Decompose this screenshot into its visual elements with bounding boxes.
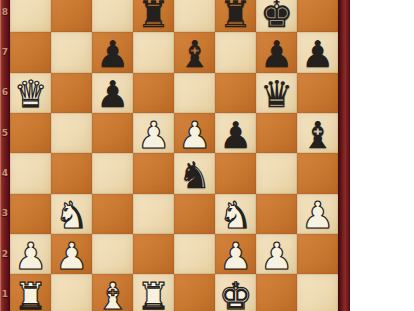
square-g8[interactable]: ♚ bbox=[256, 0, 297, 32]
piece-white-king-f1[interactable]: ♚ bbox=[219, 277, 252, 311]
rank-label-4: 4 bbox=[0, 168, 10, 179]
piece-white-queen-a6[interactable]: ♛ bbox=[14, 76, 47, 113]
square-c7[interactable]: ♟ bbox=[92, 32, 133, 72]
square-a6[interactable]: ♛ bbox=[10, 73, 51, 113]
board-frame-left: 8 7 6 5 4 3 2 1 bbox=[0, 0, 10, 311]
square-h8[interactable] bbox=[297, 0, 338, 32]
square-c3[interactable] bbox=[92, 194, 133, 234]
piece-black-king-g8[interactable]: ♚ bbox=[260, 0, 293, 32]
square-b6[interactable] bbox=[51, 73, 92, 113]
piece-white-pawn-b2[interactable]: ♟ bbox=[55, 237, 88, 274]
rank-label-5: 5 bbox=[0, 128, 10, 139]
piece-white-pawn-d5[interactable]: ♟ bbox=[137, 116, 170, 153]
piece-black-knight-e4[interactable]: ♞ bbox=[178, 156, 211, 193]
piece-white-knight-f3[interactable]: ♞ bbox=[219, 197, 252, 234]
piece-black-bishop-e7[interactable]: ♝ bbox=[178, 35, 211, 72]
square-a4[interactable] bbox=[10, 153, 51, 193]
piece-white-rook-d1[interactable]: ♜ bbox=[137, 277, 170, 311]
square-e7[interactable]: ♝ bbox=[174, 32, 215, 72]
square-f5[interactable]: ♟ bbox=[215, 113, 256, 153]
square-a3[interactable] bbox=[10, 194, 51, 234]
square-e4[interactable]: ♞ bbox=[174, 153, 215, 193]
piece-white-pawn-f2[interactable]: ♟ bbox=[219, 237, 252, 274]
piece-white-bishop-c1[interactable]: ♝ bbox=[96, 277, 129, 311]
piece-black-pawn-h7[interactable]: ♟ bbox=[301, 35, 334, 72]
square-e1[interactable] bbox=[174, 274, 215, 311]
square-c1[interactable]: ♝ bbox=[92, 274, 133, 311]
square-f2[interactable]: ♟ bbox=[215, 234, 256, 274]
square-b1[interactable] bbox=[51, 274, 92, 311]
square-e8[interactable] bbox=[174, 0, 215, 32]
square-f8[interactable]: ♜ bbox=[215, 0, 256, 32]
square-g5[interactable] bbox=[256, 113, 297, 153]
piece-white-knight-b3[interactable]: ♞ bbox=[55, 197, 88, 234]
piece-black-pawn-c7[interactable]: ♟ bbox=[96, 35, 129, 72]
square-a2[interactable]: ♟ bbox=[10, 234, 51, 274]
square-b2[interactable]: ♟ bbox=[51, 234, 92, 274]
piece-white-rook-a1[interactable]: ♜ bbox=[14, 277, 47, 311]
square-g2[interactable]: ♟ bbox=[256, 234, 297, 274]
square-b3[interactable]: ♞ bbox=[51, 194, 92, 234]
piece-black-rook-f8[interactable]: ♜ bbox=[219, 0, 252, 32]
square-f4[interactable] bbox=[215, 153, 256, 193]
square-c2[interactable] bbox=[92, 234, 133, 274]
square-e3[interactable] bbox=[174, 194, 215, 234]
square-g7[interactable]: ♟ bbox=[256, 32, 297, 72]
piece-white-pawn-a2[interactable]: ♟ bbox=[14, 237, 47, 274]
board-squares: ♜♜♚♟♝♟♟♛♟♛♟♟♟♝♞♞♞♟♟♟♟♟♜♝♜♚ bbox=[10, 0, 338, 311]
square-d4[interactable] bbox=[133, 153, 174, 193]
piece-black-pawn-c6[interactable]: ♟ bbox=[96, 76, 129, 113]
rank-label-8: 8 bbox=[0, 7, 10, 18]
square-d2[interactable] bbox=[133, 234, 174, 274]
square-e5[interactable]: ♟ bbox=[174, 113, 215, 153]
rank-label-1: 1 bbox=[0, 289, 10, 300]
square-g6[interactable]: ♛ bbox=[256, 73, 297, 113]
piece-white-pawn-e5[interactable]: ♟ bbox=[178, 116, 211, 153]
square-a1[interactable]: ♜ bbox=[10, 274, 51, 311]
square-b4[interactable] bbox=[51, 153, 92, 193]
square-g3[interactable] bbox=[256, 194, 297, 234]
piece-white-pawn-g2[interactable]: ♟ bbox=[260, 237, 293, 274]
piece-black-pawn-f5[interactable]: ♟ bbox=[219, 116, 252, 153]
square-c5[interactable] bbox=[92, 113, 133, 153]
square-f7[interactable] bbox=[215, 32, 256, 72]
square-f6[interactable] bbox=[215, 73, 256, 113]
square-a5[interactable] bbox=[10, 113, 51, 153]
page-background: ♜♜♚♟♝♟♟♛♟♛♟♟♟♝♞♞♞♟♟♟♟♟♜♝♜♚ 8 7 6 5 4 3 2… bbox=[0, 0, 414, 311]
square-b8[interactable] bbox=[51, 0, 92, 32]
square-d7[interactable] bbox=[133, 32, 174, 72]
rank-label-6: 6 bbox=[0, 87, 10, 98]
square-e6[interactable] bbox=[174, 73, 215, 113]
square-b5[interactable] bbox=[51, 113, 92, 153]
square-d5[interactable]: ♟ bbox=[133, 113, 174, 153]
square-g4[interactable] bbox=[256, 153, 297, 193]
square-a7[interactable] bbox=[10, 32, 51, 72]
square-d8[interactable]: ♜ bbox=[133, 0, 174, 32]
square-a8[interactable] bbox=[10, 0, 51, 32]
square-c6[interactable]: ♟ bbox=[92, 73, 133, 113]
square-h1[interactable] bbox=[297, 274, 338, 311]
square-f3[interactable]: ♞ bbox=[215, 194, 256, 234]
square-c8[interactable] bbox=[92, 0, 133, 32]
square-h7[interactable]: ♟ bbox=[297, 32, 338, 72]
square-d6[interactable] bbox=[133, 73, 174, 113]
rank-label-7: 7 bbox=[0, 47, 10, 58]
square-h3[interactable]: ♟ bbox=[297, 194, 338, 234]
piece-black-rook-d8[interactable]: ♜ bbox=[137, 0, 170, 32]
square-h2[interactable] bbox=[297, 234, 338, 274]
rank-label-3: 3 bbox=[0, 208, 10, 219]
square-g1[interactable] bbox=[256, 274, 297, 311]
square-d3[interactable] bbox=[133, 194, 174, 234]
square-e2[interactable] bbox=[174, 234, 215, 274]
piece-black-queen-g6[interactable]: ♛ bbox=[260, 76, 293, 113]
square-h6[interactable] bbox=[297, 73, 338, 113]
square-f1[interactable]: ♚ bbox=[215, 274, 256, 311]
piece-black-pawn-g7[interactable]: ♟ bbox=[260, 35, 293, 72]
square-d1[interactable]: ♜ bbox=[133, 274, 174, 311]
square-b7[interactable] bbox=[51, 32, 92, 72]
piece-black-bishop-h5[interactable]: ♝ bbox=[301, 116, 334, 153]
square-h5[interactable]: ♝ bbox=[297, 113, 338, 153]
board-frame-right bbox=[338, 0, 350, 311]
piece-white-pawn-h3[interactable]: ♟ bbox=[301, 197, 334, 234]
square-h4[interactable] bbox=[297, 153, 338, 193]
square-c4[interactable] bbox=[92, 153, 133, 193]
rank-label-2: 2 bbox=[0, 249, 10, 260]
